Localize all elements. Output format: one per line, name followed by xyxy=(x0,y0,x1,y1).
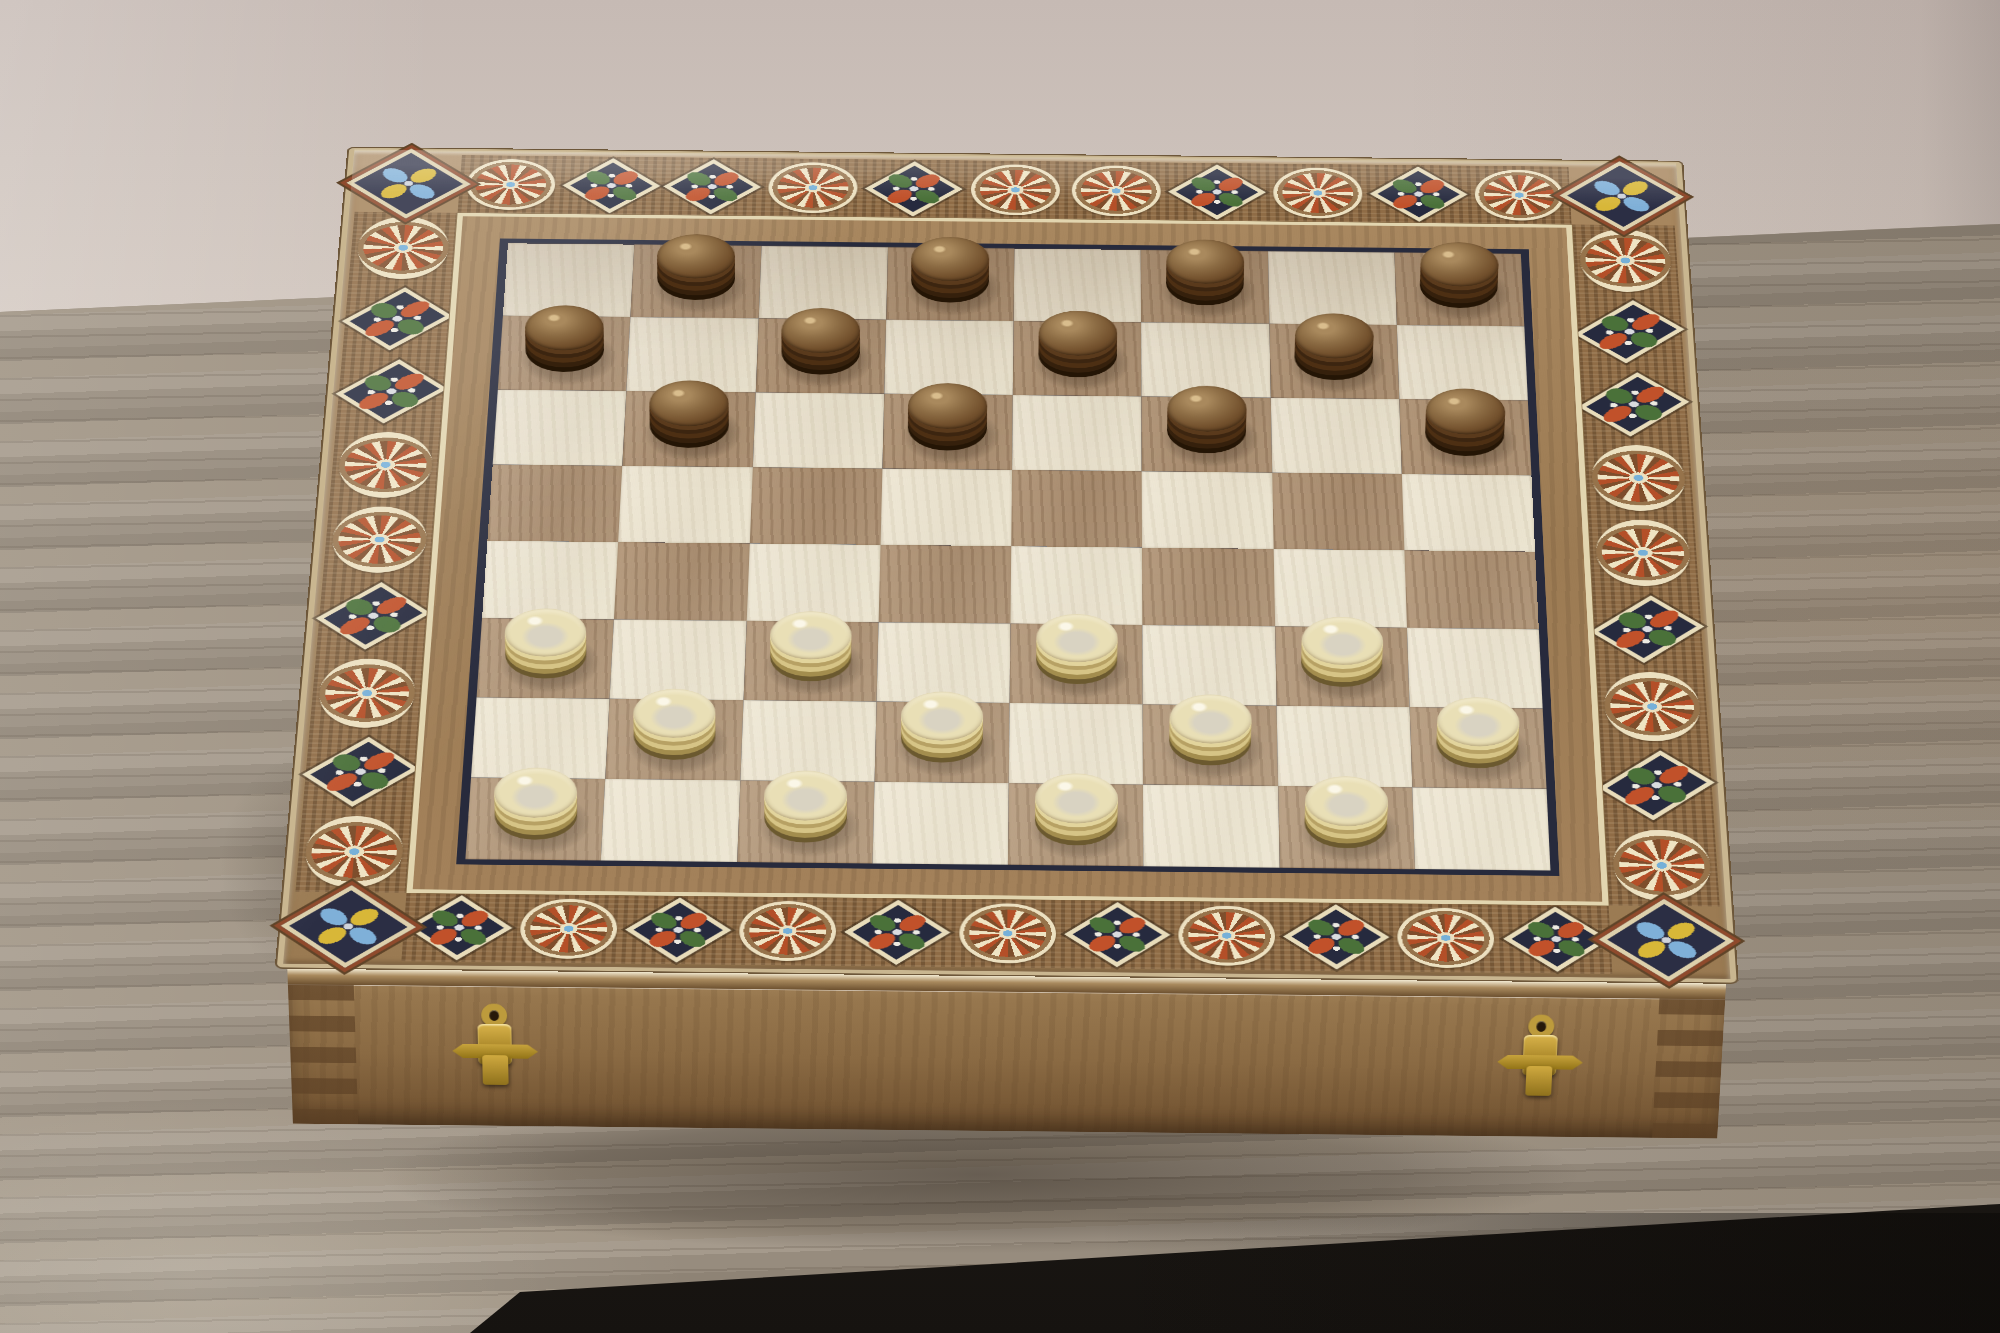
rosette-tile-icon xyxy=(952,899,1062,968)
rosette-tile-icon xyxy=(761,158,864,217)
square-r3c2[interactable] xyxy=(623,391,756,467)
square-r1c4[interactable] xyxy=(886,247,1014,321)
square-r3c6[interactable] xyxy=(1142,396,1272,472)
rosette-tile-icon xyxy=(1596,667,1709,746)
square-r6c1[interactable] xyxy=(477,618,615,698)
diamond-tile-icon xyxy=(1166,163,1268,222)
square-r8c6[interactable] xyxy=(1143,784,1279,867)
light-checker[interactable] xyxy=(503,634,587,683)
square-r1c6[interactable] xyxy=(1141,250,1269,324)
diamond-tile-icon xyxy=(622,895,735,964)
square-r1c8[interactable] xyxy=(1394,253,1524,327)
square-r1c2[interactable] xyxy=(631,245,762,319)
piece-top xyxy=(1036,614,1118,663)
checkers-grid xyxy=(465,243,1550,870)
square-r8c8[interactable] xyxy=(1412,787,1550,870)
checkers-board xyxy=(277,148,1737,983)
diamond-tile-icon xyxy=(863,159,965,218)
brass-latch-left[interactable] xyxy=(475,1003,515,1085)
square-r7c4[interactable] xyxy=(874,701,1009,783)
rosette-tile-icon xyxy=(964,160,1066,219)
square-r7c2[interactable] xyxy=(605,699,743,781)
square-r7c1[interactable] xyxy=(471,697,610,779)
light-checker[interactable] xyxy=(1034,799,1117,850)
rosette-tile-icon xyxy=(1172,901,1283,971)
light-checker[interactable] xyxy=(1304,802,1388,853)
rosette-tile-icon xyxy=(309,654,424,733)
square-r7c3[interactable] xyxy=(740,700,876,782)
square-r3c5[interactable] xyxy=(1012,395,1142,471)
light-checker[interactable] xyxy=(632,714,716,764)
square-r6c4[interactable] xyxy=(876,622,1010,702)
light-checker[interactable] xyxy=(770,636,853,685)
piece-top xyxy=(901,691,984,741)
diamond-tile-icon xyxy=(1576,295,1685,368)
diamond-tile-icon xyxy=(1600,745,1714,826)
diamond-tile-icon xyxy=(559,156,663,215)
square-r7c6[interactable] xyxy=(1143,704,1278,786)
rosette-tile-icon xyxy=(1065,161,1166,220)
dark-checker[interactable] xyxy=(781,333,861,379)
piece-top xyxy=(1035,773,1118,824)
diamond-tile-icon xyxy=(1499,904,1612,974)
square-r3c8[interactable] xyxy=(1399,399,1531,475)
square-r7c8[interactable] xyxy=(1409,707,1546,789)
dark-checker[interactable] xyxy=(1419,267,1499,312)
light-checker[interactable] xyxy=(1436,723,1520,773)
square-r4c7[interactable] xyxy=(1272,473,1404,551)
rosette-tile-icon xyxy=(1267,164,1369,223)
square-r4c5[interactable] xyxy=(1011,470,1142,548)
light-checker[interactable] xyxy=(901,717,984,767)
light-checker[interactable] xyxy=(1301,642,1383,691)
square-r2c3[interactable] xyxy=(755,318,886,393)
square-r5c4[interactable] xyxy=(878,545,1011,624)
rosette-tile-icon xyxy=(732,896,844,965)
square-r6c8[interactable] xyxy=(1407,628,1543,708)
square-r5c8[interactable] xyxy=(1404,550,1539,629)
piece-top xyxy=(1169,694,1252,744)
rosette-tile-icon xyxy=(1468,166,1572,225)
rosette-tile-icon xyxy=(511,894,625,963)
piece-top xyxy=(1038,310,1117,356)
square-r3c1[interactable] xyxy=(493,389,627,465)
square-r3c7[interactable] xyxy=(1270,398,1401,474)
diamond-tile-icon xyxy=(1367,165,1470,224)
light-checker[interactable] xyxy=(493,793,579,844)
diamond-tile-icon xyxy=(1592,590,1704,668)
dark-checker[interactable] xyxy=(1166,264,1244,309)
dark-checker[interactable] xyxy=(908,408,988,455)
diamond-tile-icon xyxy=(1281,902,1392,972)
light-checker[interactable] xyxy=(764,796,848,847)
rosette-tile-icon xyxy=(1390,903,1502,973)
mosaic-corner-icon xyxy=(1609,906,1725,976)
square-r5c2[interactable] xyxy=(614,542,749,621)
dark-checker[interactable] xyxy=(1038,336,1117,382)
piece-top xyxy=(908,383,988,430)
square-r3c4[interactable] xyxy=(882,394,1013,470)
square-r5c6[interactable] xyxy=(1142,548,1274,627)
diamond-tile-icon xyxy=(842,898,953,967)
diamond-tile-icon xyxy=(316,577,430,655)
latch-tongue xyxy=(1526,1066,1553,1096)
square-r4c8[interactable] xyxy=(1402,474,1536,552)
mosaic-border-top xyxy=(458,155,1572,225)
square-r6c6[interactable] xyxy=(1143,625,1277,705)
diamond-tile-icon xyxy=(660,157,764,216)
board-front-face xyxy=(287,964,1726,1139)
mosaic-corner-icon xyxy=(355,154,462,213)
dark-checker[interactable] xyxy=(1294,338,1374,384)
dark-checker[interactable] xyxy=(524,330,605,376)
square-r2c5[interactable] xyxy=(1013,321,1142,396)
rosette-tile-icon xyxy=(1604,825,1719,907)
mosaic-corner-icon xyxy=(1569,167,1675,226)
mosaic-corner-icon xyxy=(289,892,406,961)
diamond-tile-icon xyxy=(302,732,418,813)
piece-top xyxy=(1167,386,1247,433)
rosette-tile-icon xyxy=(458,155,563,214)
finger-joint-right xyxy=(1652,999,1725,1139)
rosette-tile-icon xyxy=(323,501,436,578)
dark-checker[interactable] xyxy=(911,262,990,307)
rosette-tile-icon xyxy=(348,212,457,284)
brass-latch-right[interactable] xyxy=(1520,1014,1561,1095)
dark-checker[interactable] xyxy=(1167,411,1247,458)
light-checker[interactable] xyxy=(1169,720,1251,770)
board-wrapper xyxy=(143,0,1877,1333)
finger-joint-left xyxy=(288,984,358,1124)
dark-checker[interactable] xyxy=(1425,414,1506,461)
rosette-tile-icon xyxy=(329,427,441,502)
rosette-tile-icon xyxy=(295,811,412,893)
diamond-tile-icon xyxy=(1062,900,1172,969)
square-r6c7[interactable] xyxy=(1275,627,1410,707)
square-r6c5[interactable] xyxy=(1010,624,1143,704)
light-checker[interactable] xyxy=(1036,639,1117,688)
dark-checker[interactable] xyxy=(656,259,736,304)
square-r7c7[interactable] xyxy=(1276,705,1412,787)
diamond-tile-icon xyxy=(1579,367,1688,441)
square-r7c5[interactable] xyxy=(1009,703,1143,785)
diamond-tile-icon xyxy=(401,893,515,962)
mosaic-border-bottom xyxy=(401,893,1612,974)
square-r8c2[interactable] xyxy=(601,779,740,862)
dark-checker[interactable] xyxy=(648,406,729,453)
square-r3c3[interactable] xyxy=(752,392,884,468)
piece-top xyxy=(911,236,990,281)
diamond-tile-icon xyxy=(336,354,447,428)
square-r2c1[interactable] xyxy=(498,316,631,391)
square-r6c3[interactable] xyxy=(743,621,878,701)
rosette-tile-icon xyxy=(1572,225,1680,297)
latch-tongue xyxy=(482,1055,508,1085)
rosette-tile-icon xyxy=(1587,515,1698,592)
square-r8c7[interactable] xyxy=(1278,786,1415,869)
piece-top xyxy=(1166,239,1244,284)
square-r4c6[interactable] xyxy=(1142,471,1273,549)
rosette-tile-icon xyxy=(1583,440,1693,515)
diamond-tile-icon xyxy=(342,283,452,356)
square-r6c2[interactable] xyxy=(610,620,746,700)
